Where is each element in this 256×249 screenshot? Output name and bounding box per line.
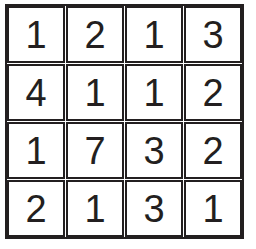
grid-cell-r3c3[interactable]: 3 <box>125 122 183 179</box>
grid-cell-r2c3[interactable]: 1 <box>125 64 183 121</box>
grid-cell-r4c1[interactable]: 2 <box>7 180 65 237</box>
grid-cell-r3c1[interactable]: 1 <box>7 122 65 179</box>
grid-cell-r1c1[interactable]: 1 <box>7 6 65 63</box>
grid-cell-r2c1[interactable]: 4 <box>7 64 65 121</box>
grid-cell-r4c2[interactable]: 1 <box>66 180 124 237</box>
grid-cell-r1c3[interactable]: 1 <box>125 6 183 63</box>
grid-cell-r1c4[interactable]: 3 <box>184 6 242 63</box>
grid-cell-r2c2[interactable]: 1 <box>66 64 124 121</box>
grid-cell-r2c4[interactable]: 2 <box>184 64 242 121</box>
grid-cell-r3c4[interactable]: 2 <box>184 122 242 179</box>
grid-cell-r4c3[interactable]: 3 <box>125 180 183 237</box>
grid-cell-r4c4[interactable]: 1 <box>184 180 242 237</box>
puzzle-board: 1 2 1 3 4 1 1 2 1 7 3 2 2 1 3 1 <box>5 4 244 239</box>
grid-cell-r3c2[interactable]: 7 <box>66 122 124 179</box>
grid-cell-r1c2[interactable]: 2 <box>66 6 124 63</box>
